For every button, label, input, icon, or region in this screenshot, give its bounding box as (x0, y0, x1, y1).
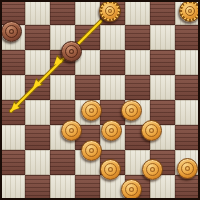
black-man-dot (9, 29, 14, 34)
square-c5[interactable] (50, 75, 75, 100)
white-king[interactable] (99, 0, 121, 22)
white-man-dot (150, 167, 155, 172)
square-f7[interactable] (125, 25, 150, 50)
square-b1[interactable] (25, 175, 50, 200)
square-a1[interactable] (0, 175, 25, 200)
white-man[interactable] (81, 100, 102, 121)
square-e5[interactable] (100, 75, 125, 100)
white-man-dot (149, 128, 154, 133)
checkers-app-window (0, 0, 200, 200)
square-a4[interactable] (0, 100, 25, 125)
white-man-dot (129, 108, 134, 113)
square-h5[interactable] (175, 75, 200, 100)
white-man-dot (108, 167, 113, 172)
square-c1[interactable] (50, 175, 75, 200)
square-e7[interactable] (100, 25, 125, 50)
black-man[interactable] (1, 21, 22, 42)
square-h7[interactable] (175, 25, 200, 50)
white-king-dot (108, 9, 112, 13)
square-b3[interactable] (25, 125, 50, 150)
square-a2[interactable] (0, 150, 25, 175)
square-g7[interactable] (150, 25, 175, 50)
square-c2[interactable] (50, 150, 75, 175)
square-f5[interactable] (125, 75, 150, 100)
square-b2[interactable] (25, 150, 50, 175)
square-g5[interactable] (150, 75, 175, 100)
square-b4[interactable] (25, 100, 50, 125)
square-f8[interactable] (125, 0, 150, 25)
white-man-dot (129, 187, 134, 192)
white-king[interactable] (179, 0, 200, 22)
white-man[interactable] (61, 120, 82, 141)
square-c8[interactable] (50, 0, 75, 25)
square-h4[interactable] (175, 100, 200, 125)
square-b5[interactable] (25, 75, 50, 100)
white-man[interactable] (142, 159, 163, 180)
white-man[interactable] (121, 179, 142, 200)
white-man[interactable] (141, 120, 162, 141)
square-a6[interactable] (0, 50, 25, 75)
white-king-dot (188, 9, 192, 13)
square-e6[interactable] (100, 50, 125, 75)
black-man[interactable] (61, 41, 82, 62)
white-man[interactable] (81, 140, 102, 161)
white-man[interactable] (101, 120, 122, 141)
square-g8[interactable] (150, 0, 175, 25)
square-h6[interactable] (175, 50, 200, 75)
square-b7[interactable] (25, 25, 50, 50)
square-b6[interactable] (25, 50, 50, 75)
white-man[interactable] (121, 100, 142, 121)
white-man[interactable] (100, 159, 121, 180)
white-man[interactable] (177, 158, 198, 179)
white-man-dot (89, 108, 94, 113)
black-man-dot (69, 49, 74, 54)
square-d5[interactable] (75, 75, 100, 100)
checkers-board (0, 0, 200, 200)
square-a3[interactable] (0, 125, 25, 150)
white-man-dot (69, 128, 74, 133)
white-man-dot (89, 148, 94, 153)
square-d8[interactable] (75, 0, 100, 25)
square-d1[interactable] (75, 175, 100, 200)
square-b8[interactable] (25, 0, 50, 25)
square-h1[interactable] (175, 175, 200, 200)
square-f6[interactable] (125, 50, 150, 75)
white-man-dot (185, 166, 190, 171)
square-h3[interactable] (175, 125, 200, 150)
white-man-dot (109, 128, 114, 133)
square-g6[interactable] (150, 50, 175, 75)
square-a5[interactable] (0, 75, 25, 100)
